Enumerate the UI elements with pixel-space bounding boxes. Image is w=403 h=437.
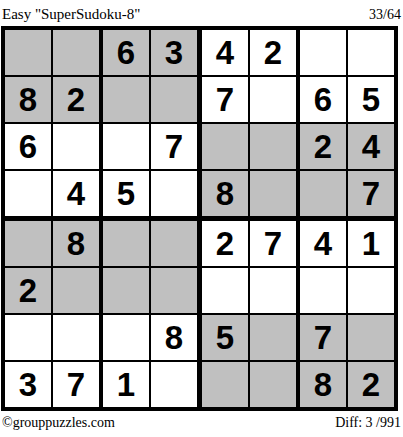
puzzle-counter: 33/64 — [369, 7, 401, 23]
cell-r4c8[interactable]: 7 — [348, 171, 394, 221]
cell-r1c2[interactable] — [53, 30, 103, 77]
cell-r1c4[interactable]: 3 — [151, 30, 202, 77]
cell-r5c3[interactable] — [103, 221, 151, 268]
cell-r1c8[interactable] — [348, 30, 394, 77]
cell-r2c1[interactable]: 8 — [5, 77, 53, 124]
cell-r8c6[interactable] — [250, 362, 300, 407]
cell-r8c1[interactable]: 3 — [5, 362, 53, 407]
cell-r7c4[interactable]: 8 — [151, 315, 202, 362]
cell-r2c8[interactable]: 5 — [348, 77, 394, 124]
cell-r6c3[interactable] — [103, 268, 151, 315]
cell-r5c4[interactable] — [151, 221, 202, 268]
cell-r6c8[interactable] — [348, 268, 394, 315]
cell-r3c3[interactable] — [103, 124, 151, 171]
cell-r8c2[interactable]: 7 — [53, 362, 103, 407]
cell-r7c5[interactable]: 5 — [202, 315, 250, 362]
cell-r1c1[interactable] — [5, 30, 53, 77]
cell-r5c2[interactable]: 8 — [53, 221, 103, 268]
cell-r7c2[interactable] — [53, 315, 103, 362]
cell-r1c3[interactable]: 6 — [103, 30, 151, 77]
cell-r2c5[interactable]: 7 — [202, 77, 250, 124]
cell-r7c6[interactable] — [250, 315, 300, 362]
cell-r6c1[interactable]: 2 — [5, 268, 53, 315]
cell-r7c8[interactable] — [348, 315, 394, 362]
puzzle-title: Easy "SuperSudoku-8" — [2, 6, 141, 23]
cell-r8c5[interactable] — [202, 362, 250, 407]
cell-r4c5[interactable]: 8 — [202, 171, 250, 221]
cell-r3c4[interactable]: 7 — [151, 124, 202, 171]
page-header: Easy "SuperSudoku-8" 33/64 — [0, 0, 403, 26]
cell-r7c3[interactable] — [103, 315, 151, 362]
cell-r3c1[interactable]: 6 — [5, 124, 53, 171]
cell-r4c7[interactable] — [300, 171, 348, 221]
cell-r7c7[interactable]: 7 — [300, 315, 348, 362]
cell-r2c2[interactable]: 2 — [53, 77, 103, 124]
cell-r6c2[interactable] — [53, 268, 103, 315]
cell-r8c3[interactable]: 1 — [103, 362, 151, 407]
page-footer: ©grouppuzzles.com Diff: 3 /991 — [0, 411, 403, 431]
cell-r2c3[interactable] — [103, 77, 151, 124]
cell-r6c4[interactable] — [151, 268, 202, 315]
cell-r8c8[interactable]: 2 — [348, 362, 394, 407]
cell-r4c2[interactable]: 4 — [53, 171, 103, 221]
cell-r1c7[interactable] — [300, 30, 348, 77]
cell-r4c3[interactable]: 5 — [103, 171, 151, 221]
cell-r4c1[interactable] — [5, 171, 53, 221]
cell-r4c4[interactable] — [151, 171, 202, 221]
cell-r5c8[interactable]: 1 — [348, 221, 394, 268]
cell-r6c5[interactable] — [202, 268, 250, 315]
sudoku-board: 6342827656724458782741285737182 — [1, 26, 398, 411]
cell-r2c4[interactable] — [151, 77, 202, 124]
difficulty-text: Diff: 3 /991 — [335, 415, 401, 431]
cell-r3c7[interactable]: 2 — [300, 124, 348, 171]
cell-r6c6[interactable] — [250, 268, 300, 315]
cell-r7c1[interactable] — [5, 315, 53, 362]
cell-r5c6[interactable]: 7 — [250, 221, 300, 268]
cell-r5c5[interactable]: 2 — [202, 221, 250, 268]
cell-r3c8[interactable]: 4 — [348, 124, 394, 171]
cell-r1c5[interactable]: 4 — [202, 30, 250, 77]
cell-r1c6[interactable]: 2 — [250, 30, 300, 77]
cell-r6c7[interactable] — [300, 268, 348, 315]
cell-r4c6[interactable] — [250, 171, 300, 221]
cell-r5c7[interactable]: 4 — [300, 221, 348, 268]
cell-r8c4[interactable] — [151, 362, 202, 407]
cell-r2c7[interactable]: 6 — [300, 77, 348, 124]
cell-r2c6[interactable] — [250, 77, 300, 124]
cell-r3c2[interactable] — [53, 124, 103, 171]
copyright-text: ©grouppuzzles.com — [2, 415, 115, 431]
cell-r8c7[interactable]: 8 — [300, 362, 348, 407]
cell-r3c6[interactable] — [250, 124, 300, 171]
cell-r3c5[interactable] — [202, 124, 250, 171]
cell-r5c1[interactable] — [5, 221, 53, 268]
